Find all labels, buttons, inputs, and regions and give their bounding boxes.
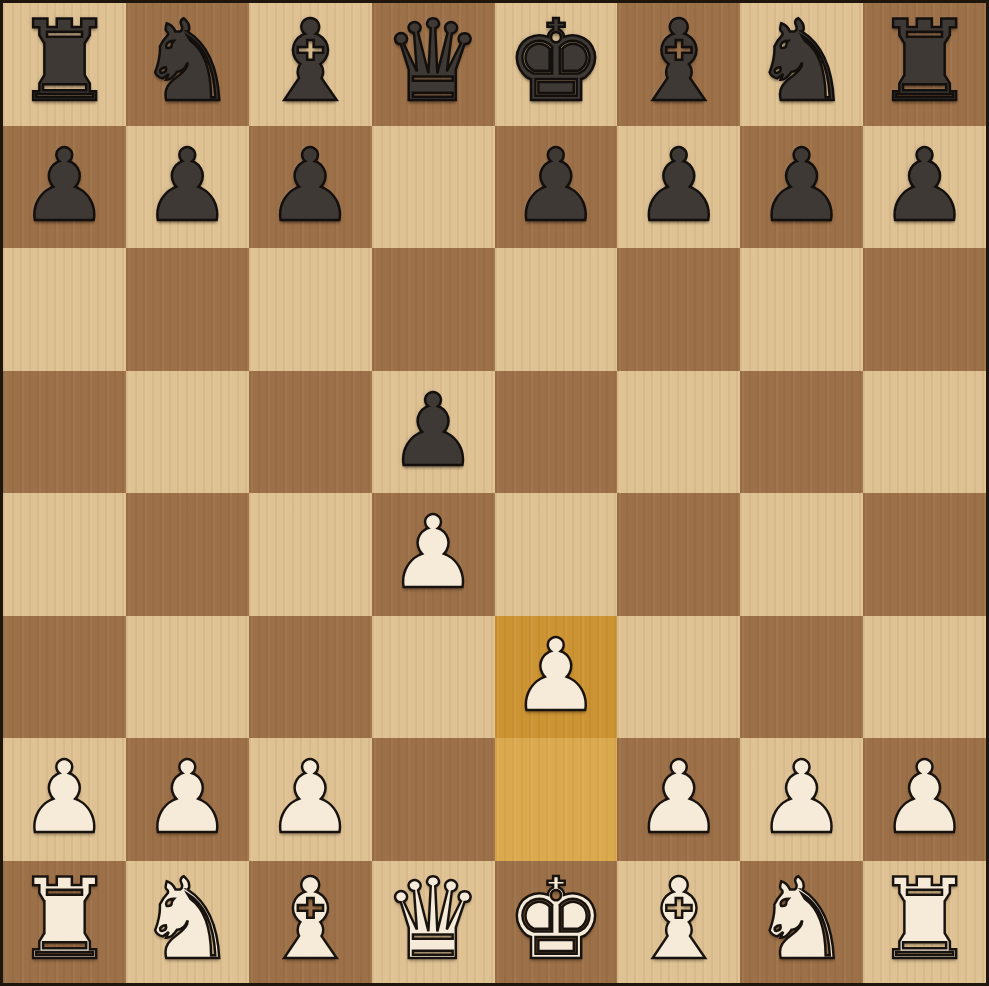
square-d6[interactable] — [372, 248, 495, 371]
square-d3[interactable] — [372, 616, 495, 739]
square-h8[interactable]: ♜ — [863, 3, 986, 126]
square-b6[interactable] — [126, 248, 249, 371]
square-d2[interactable] — [372, 738, 495, 861]
piece-white-bishop[interactable]: ♝ — [629, 863, 729, 975]
square-d4[interactable]: ♟ — [372, 493, 495, 616]
square-b2[interactable]: ♟ — [126, 738, 249, 861]
square-b8[interactable]: ♞ — [126, 3, 249, 126]
square-h6[interactable] — [863, 248, 986, 371]
piece-black-knight[interactable]: ♞ — [137, 5, 237, 117]
square-f3[interactable] — [617, 616, 740, 739]
piece-white-rook[interactable]: ♜ — [874, 863, 974, 975]
piece-white-knight[interactable]: ♞ — [751, 863, 851, 975]
square-g5[interactable] — [740, 371, 863, 494]
piece-black-pawn[interactable]: ♟ — [634, 136, 724, 236]
piece-white-king[interactable]: ♚ — [506, 863, 606, 975]
piece-white-pawn[interactable]: ♟ — [388, 503, 478, 603]
square-g6[interactable] — [740, 248, 863, 371]
piece-black-pawn[interactable]: ♟ — [265, 136, 355, 236]
piece-black-queen[interactable]: ♛ — [383, 5, 483, 117]
square-c1[interactable]: ♝ — [249, 861, 372, 984]
square-h4[interactable] — [863, 493, 986, 616]
square-f6[interactable] — [617, 248, 740, 371]
piece-white-queen[interactable]: ♛ — [383, 863, 483, 975]
square-g4[interactable] — [740, 493, 863, 616]
square-f2[interactable]: ♟ — [617, 738, 740, 861]
square-e8[interactable]: ♚ — [495, 3, 618, 126]
piece-black-pawn[interactable]: ♟ — [757, 136, 847, 236]
piece-black-king[interactable]: ♚ — [506, 5, 606, 117]
square-b3[interactable] — [126, 616, 249, 739]
piece-black-pawn[interactable]: ♟ — [388, 381, 478, 481]
square-e7[interactable]: ♟ — [495, 126, 618, 249]
chess-board-container: ♜♞♝♛♚♝♞♜♟♟♟♟♟♟♟♟♟♟♟♟♟♟♟♟♜♞♝♛♚♝♞♜ — [0, 0, 989, 986]
square-d5[interactable]: ♟ — [372, 371, 495, 494]
square-h3[interactable] — [863, 616, 986, 739]
square-c2[interactable]: ♟ — [249, 738, 372, 861]
square-f5[interactable] — [617, 371, 740, 494]
piece-white-rook[interactable]: ♜ — [14, 863, 114, 975]
square-c3[interactable] — [249, 616, 372, 739]
square-h7[interactable]: ♟ — [863, 126, 986, 249]
square-h1[interactable]: ♜ — [863, 861, 986, 984]
square-b5[interactable] — [126, 371, 249, 494]
square-e5[interactable] — [495, 371, 618, 494]
piece-black-rook[interactable]: ♜ — [874, 5, 974, 117]
square-a8[interactable]: ♜ — [3, 3, 126, 126]
square-e1[interactable]: ♚ — [495, 861, 618, 984]
square-g8[interactable]: ♞ — [740, 3, 863, 126]
piece-black-bishop[interactable]: ♝ — [260, 5, 360, 117]
square-f8[interactable]: ♝ — [617, 3, 740, 126]
square-b7[interactable]: ♟ — [126, 126, 249, 249]
piece-black-pawn[interactable]: ♟ — [142, 136, 232, 236]
piece-white-knight[interactable]: ♞ — [137, 863, 237, 975]
square-c4[interactable] — [249, 493, 372, 616]
piece-black-pawn[interactable]: ♟ — [20, 136, 110, 236]
square-d7[interactable] — [372, 126, 495, 249]
piece-white-pawn[interactable]: ♟ — [265, 748, 355, 848]
square-a7[interactable]: ♟ — [3, 126, 126, 249]
square-f1[interactable]: ♝ — [617, 861, 740, 984]
square-c7[interactable]: ♟ — [249, 126, 372, 249]
square-e6[interactable] — [495, 248, 618, 371]
square-e4[interactable] — [495, 493, 618, 616]
square-c8[interactable]: ♝ — [249, 3, 372, 126]
piece-white-pawn[interactable]: ♟ — [880, 748, 970, 848]
piece-white-pawn[interactable]: ♟ — [511, 626, 601, 726]
piece-black-bishop[interactable]: ♝ — [629, 5, 729, 117]
chess-board: ♜♞♝♛♚♝♞♜♟♟♟♟♟♟♟♟♟♟♟♟♟♟♟♟♜♞♝♛♚♝♞♜ — [0, 0, 989, 986]
piece-white-pawn[interactable]: ♟ — [142, 748, 232, 848]
square-d1[interactable]: ♛ — [372, 861, 495, 984]
piece-black-rook[interactable]: ♜ — [14, 5, 114, 117]
square-a2[interactable]: ♟ — [3, 738, 126, 861]
square-g1[interactable]: ♞ — [740, 861, 863, 984]
square-h2[interactable]: ♟ — [863, 738, 986, 861]
square-a6[interactable] — [3, 248, 126, 371]
square-b4[interactable] — [126, 493, 249, 616]
square-b1[interactable]: ♞ — [126, 861, 249, 984]
square-e2[interactable] — [495, 738, 618, 861]
square-e3[interactable]: ♟ — [495, 616, 618, 739]
square-c5[interactable] — [249, 371, 372, 494]
square-c6[interactable] — [249, 248, 372, 371]
square-g3[interactable] — [740, 616, 863, 739]
piece-white-pawn[interactable]: ♟ — [20, 748, 110, 848]
square-f7[interactable]: ♟ — [617, 126, 740, 249]
square-a4[interactable] — [3, 493, 126, 616]
piece-white-pawn[interactable]: ♟ — [634, 748, 724, 848]
piece-white-pawn[interactable]: ♟ — [757, 748, 847, 848]
square-d8[interactable]: ♛ — [372, 3, 495, 126]
square-g7[interactable]: ♟ — [740, 126, 863, 249]
square-g2[interactable]: ♟ — [740, 738, 863, 861]
square-a1[interactable]: ♜ — [3, 861, 126, 984]
piece-black-pawn[interactable]: ♟ — [511, 136, 601, 236]
piece-black-knight[interactable]: ♞ — [751, 5, 851, 117]
piece-black-pawn[interactable]: ♟ — [880, 136, 970, 236]
square-f4[interactable] — [617, 493, 740, 616]
piece-white-bishop[interactable]: ♝ — [260, 863, 360, 975]
square-a5[interactable] — [3, 371, 126, 494]
square-h5[interactable] — [863, 371, 986, 494]
square-a3[interactable] — [3, 616, 126, 739]
